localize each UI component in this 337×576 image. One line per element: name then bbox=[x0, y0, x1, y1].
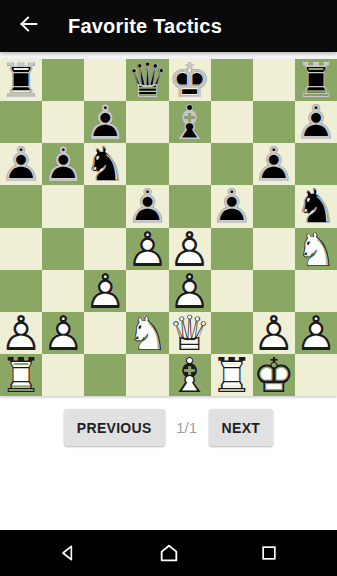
piece-white-pawn[interactable]: ♟♙ bbox=[169, 228, 211, 270]
square-d5[interactable]: ♟♙ bbox=[126, 185, 168, 227]
square-f8[interactable] bbox=[211, 59, 253, 101]
square-f5[interactable]: ♟♙ bbox=[211, 185, 253, 227]
square-b3[interactable] bbox=[42, 270, 84, 312]
square-h2[interactable]: ♟♙ bbox=[295, 312, 337, 354]
next-button[interactable]: NEXT bbox=[209, 409, 274, 446]
piece-white-queen[interactable]: ♛♕ bbox=[169, 312, 211, 354]
square-c2[interactable] bbox=[84, 312, 126, 354]
puzzle-counter: 1/1 bbox=[174, 419, 200, 436]
previous-button[interactable]: PREVIOUS bbox=[64, 409, 165, 446]
square-b2[interactable]: ♟♙ bbox=[42, 312, 84, 354]
square-e7[interactable]: ♝♗ bbox=[169, 101, 211, 143]
piece-white-pawn[interactable]: ♟♙ bbox=[126, 228, 168, 270]
square-f7[interactable] bbox=[211, 101, 253, 143]
square-a1[interactable]: ♜♖ bbox=[0, 354, 42, 396]
square-b5[interactable] bbox=[42, 185, 84, 227]
square-g8[interactable] bbox=[253, 59, 295, 101]
piece-black-bishop[interactable]: ♝♗ bbox=[169, 101, 211, 143]
square-b1[interactable] bbox=[42, 354, 84, 396]
piece-black-pawn[interactable]: ♟♙ bbox=[126, 185, 168, 227]
square-c7[interactable]: ♟♙ bbox=[84, 101, 126, 143]
nav-recents-button[interactable] bbox=[257, 541, 281, 565]
piece-white-rook[interactable]: ♜♖ bbox=[211, 354, 253, 396]
square-g7[interactable] bbox=[253, 101, 295, 143]
square-g3[interactable] bbox=[253, 270, 295, 312]
piece-white-pawn[interactable]: ♟♙ bbox=[84, 270, 126, 312]
puzzle-controls: PREVIOUS 1/1 NEXT bbox=[64, 409, 273, 446]
phone-screen: Favorite Tactics ♜♖♛♕♚♔♜♖♟♙♝♗♟♙♟♙♟♙♞♘♟♙♟… bbox=[0, 0, 337, 576]
piece-white-rook[interactable]: ♜♖ bbox=[0, 354, 42, 396]
piece-black-rook[interactable]: ♜♖ bbox=[0, 59, 42, 101]
back-triangle-icon bbox=[58, 543, 78, 563]
square-b6[interactable]: ♟♙ bbox=[42, 143, 84, 185]
square-h4[interactable]: ♞♘ bbox=[295, 228, 337, 270]
page-title: Favorite Tactics bbox=[68, 15, 222, 38]
square-c8[interactable] bbox=[84, 59, 126, 101]
square-g5[interactable] bbox=[253, 185, 295, 227]
piece-black-pawn[interactable]: ♟♙ bbox=[211, 185, 253, 227]
piece-black-queen[interactable]: ♛♕ bbox=[126, 59, 168, 101]
square-h8[interactable]: ♜♖ bbox=[295, 59, 337, 101]
square-d6[interactable] bbox=[126, 143, 168, 185]
square-c4[interactable] bbox=[84, 228, 126, 270]
square-e3[interactable]: ♟♙ bbox=[169, 270, 211, 312]
piece-white-pawn[interactable]: ♟♙ bbox=[0, 312, 42, 354]
square-f2[interactable] bbox=[211, 312, 253, 354]
square-e6[interactable] bbox=[169, 143, 211, 185]
recents-square-icon bbox=[259, 543, 279, 563]
square-c5[interactable] bbox=[84, 185, 126, 227]
square-h1[interactable] bbox=[295, 354, 337, 396]
square-a6[interactable]: ♟♙ bbox=[0, 143, 42, 185]
piece-white-pawn[interactable]: ♟♙ bbox=[295, 312, 337, 354]
square-a2[interactable]: ♟♙ bbox=[0, 312, 42, 354]
square-h7[interactable]: ♟♙ bbox=[295, 101, 337, 143]
square-g1[interactable]: ♚♔ bbox=[253, 354, 295, 396]
piece-white-king[interactable]: ♚♔ bbox=[253, 354, 295, 396]
square-f1[interactable]: ♜♖ bbox=[211, 354, 253, 396]
square-d2[interactable]: ♞♘ bbox=[126, 312, 168, 354]
square-h5[interactable]: ♞♘ bbox=[295, 185, 337, 227]
piece-white-bishop[interactable]: ♝♗ bbox=[169, 354, 211, 396]
square-a4[interactable] bbox=[0, 228, 42, 270]
square-d8[interactable]: ♛♕ bbox=[126, 59, 168, 101]
nav-back-button[interactable] bbox=[56, 541, 80, 565]
app-bar: Favorite Tactics bbox=[0, 0, 337, 52]
nav-home-button[interactable] bbox=[157, 541, 181, 565]
square-a5[interactable] bbox=[0, 185, 42, 227]
piece-black-pawn[interactable]: ♟♙ bbox=[84, 101, 126, 143]
square-e8[interactable]: ♚♔ bbox=[169, 59, 211, 101]
piece-white-pawn[interactable]: ♟♙ bbox=[169, 270, 211, 312]
piece-black-rook[interactable]: ♜♖ bbox=[295, 59, 337, 101]
piece-black-knight[interactable]: ♞♘ bbox=[295, 185, 337, 227]
piece-white-knight[interactable]: ♞♘ bbox=[126, 312, 168, 354]
square-g4[interactable] bbox=[253, 228, 295, 270]
square-a8[interactable]: ♜♖ bbox=[0, 59, 42, 101]
square-a7[interactable] bbox=[0, 101, 42, 143]
square-d4[interactable]: ♟♙ bbox=[126, 228, 168, 270]
square-g6[interactable]: ♟♙ bbox=[253, 143, 295, 185]
square-c3[interactable]: ♟♙ bbox=[84, 270, 126, 312]
square-e4[interactable]: ♟♙ bbox=[169, 228, 211, 270]
square-f4[interactable] bbox=[211, 228, 253, 270]
square-b7[interactable] bbox=[42, 101, 84, 143]
appbar-board-gap bbox=[0, 52, 337, 59]
square-d1[interactable] bbox=[126, 354, 168, 396]
square-g2[interactable]: ♟♙ bbox=[253, 312, 295, 354]
square-d7[interactable] bbox=[126, 101, 168, 143]
home-icon bbox=[158, 542, 180, 564]
android-navbar bbox=[0, 530, 337, 576]
square-d3[interactable] bbox=[126, 270, 168, 312]
square-h3[interactable] bbox=[295, 270, 337, 312]
piece-black-pawn[interactable]: ♟♙ bbox=[253, 143, 295, 185]
piece-black-knight[interactable]: ♞♘ bbox=[84, 143, 126, 185]
square-c1[interactable] bbox=[84, 354, 126, 396]
square-f3[interactable] bbox=[211, 270, 253, 312]
piece-black-pawn[interactable]: ♟♙ bbox=[0, 143, 42, 185]
square-c6[interactable]: ♞♘ bbox=[84, 143, 126, 185]
square-f6[interactable] bbox=[211, 143, 253, 185]
square-e5[interactable] bbox=[169, 185, 211, 227]
chess-board: ♜♖♛♕♚♔♜♖♟♙♝♗♟♙♟♙♟♙♞♘♟♙♟♙♟♙♞♘♟♙♟♙♞♘♟♙♟♙♟♙… bbox=[0, 59, 337, 396]
piece-black-pawn[interactable]: ♟♙ bbox=[295, 101, 337, 143]
back-button[interactable] bbox=[16, 14, 40, 38]
square-b4[interactable] bbox=[42, 228, 84, 270]
square-b8[interactable] bbox=[42, 59, 84, 101]
back-arrow-icon bbox=[17, 13, 39, 39]
piece-white-knight[interactable]: ♞♘ bbox=[295, 228, 337, 270]
piece-black-king[interactable]: ♚♔ bbox=[169, 59, 211, 101]
piece-white-pawn[interactable]: ♟♙ bbox=[253, 312, 295, 354]
piece-white-pawn[interactable]: ♟♙ bbox=[42, 312, 84, 354]
content-area: PREVIOUS 1/1 NEXT bbox=[0, 396, 337, 530]
piece-black-pawn[interactable]: ♟♙ bbox=[42, 143, 84, 185]
square-h6[interactable] bbox=[295, 143, 337, 185]
square-e2[interactable]: ♛♕ bbox=[169, 312, 211, 354]
square-e1[interactable]: ♝♗ bbox=[169, 354, 211, 396]
square-a3[interactable] bbox=[0, 270, 42, 312]
